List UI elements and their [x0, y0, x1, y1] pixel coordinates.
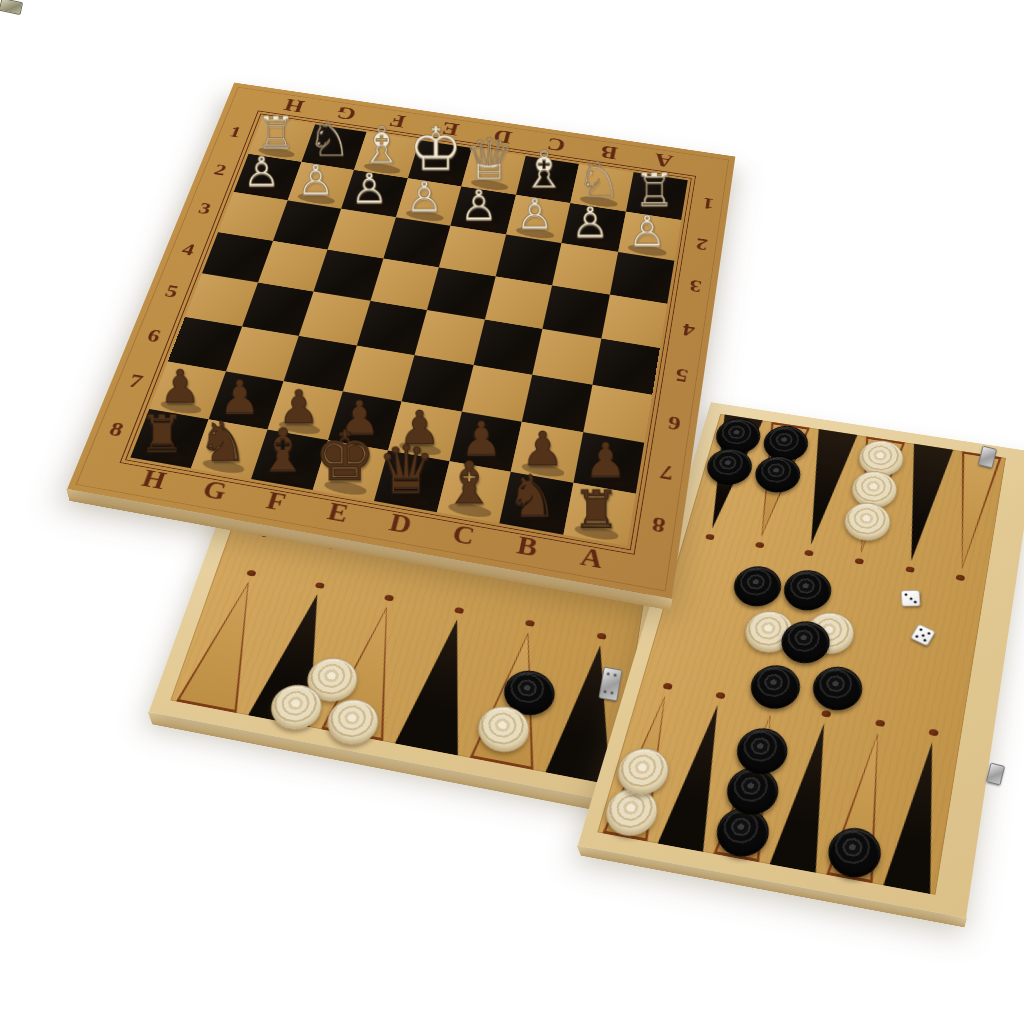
- square-g4[interactable]: [258, 241, 328, 292]
- file-label-near: H: [119, 461, 190, 499]
- rank-label-right: 3: [675, 262, 715, 310]
- chess-piece-black-knight[interactable]: ♞: [191, 413, 254, 469]
- chess-piece-white-pawn[interactable]: ♙: [341, 168, 397, 210]
- file-label-near: E: [303, 493, 373, 532]
- file-label-near: F: [241, 483, 311, 522]
- rank-label-right: 4: [668, 305, 709, 355]
- latch-icon: [0, 0, 23, 15]
- chess-piece-white-pawn[interactable]: ♙: [234, 151, 289, 193]
- file-label-near: A: [557, 538, 627, 579]
- square-d5[interactable]: [415, 310, 485, 365]
- square-e5[interactable]: [356, 301, 427, 355]
- rank-label-right: 8: [636, 495, 681, 555]
- rank-label-right: 2: [682, 221, 721, 267]
- file-label-near: G: [179, 472, 250, 510]
- chess-piece-black-rook[interactable]: ♜: [131, 407, 194, 458]
- chess-piece-black-knight[interactable]: ♞: [500, 467, 564, 524]
- square-a4[interactable]: [601, 294, 667, 348]
- chess-piece-black-bishop[interactable]: ♝: [437, 454, 501, 513]
- chess-piece-white-pawn[interactable]: ♙: [618, 210, 675, 253]
- square-b8[interactable]: ♞: [499, 471, 573, 534]
- square-f4[interactable]: [314, 249, 383, 300]
- square-c5[interactable]: [473, 319, 542, 374]
- file-label-near: C: [428, 516, 498, 556]
- clasp-icon: [986, 762, 1005, 785]
- product-photo-scene: ♖♘♗♔♕♗♘♖♙♙♙♙♙♙♙♙♟♟♟♟♟♟♟♟♜♞♝♚♛♝♞♜ HHGGFFE…: [0, 0, 1024, 1024]
- chess-piece-black-pawn[interactable]: ♟: [574, 436, 637, 484]
- chess-piece-black-king[interactable]: ♚: [313, 422, 376, 491]
- square-d4[interactable]: [427, 267, 495, 319]
- file-label-near: D: [365, 505, 435, 544]
- rank-label-right: 1: [689, 181, 727, 225]
- square-b5[interactable]: [532, 329, 601, 384]
- rank-label-right: 5: [661, 349, 703, 401]
- square-a8[interactable]: ♜: [563, 482, 636, 546]
- rank-label-right: 7: [644, 444, 688, 501]
- chess-piece-white-pawn[interactable]: ♙: [451, 184, 507, 226]
- chess-piece-black-bishop[interactable]: ♝: [251, 422, 314, 480]
- chess-piece-white-pawn[interactable]: ♙: [288, 159, 344, 201]
- chess-piece-white-pawn[interactable]: ♙: [396, 176, 452, 218]
- chess-board-frame: ♖♘♗♔♕♗♘♖♙♙♙♙♙♙♙♙♟♟♟♟♟♟♟♟♜♞♝♚♛♝♞♜ HHGGFFE…: [67, 83, 735, 599]
- square-b4[interactable]: [542, 285, 609, 338]
- rank-label-right: 6: [653, 396, 696, 451]
- file-label-near: B: [492, 527, 562, 567]
- chess-piece-white-pawn[interactable]: ♙: [562, 201, 619, 244]
- chess-board: ♖♘♗♔♕♗♘♖♙♙♙♙♙♙♙♙♟♟♟♟♟♟♟♟♜♞♝♚♛♝♞♜ HHGGFFE…: [67, 83, 735, 599]
- chess-piece-white-pawn[interactable]: ♙: [506, 193, 562, 235]
- square-f5[interactable]: [299, 292, 370, 346]
- chess-piece-black-rook[interactable]: ♜: [563, 483, 628, 536]
- chess-piece-black-queen[interactable]: ♛: [374, 437, 438, 502]
